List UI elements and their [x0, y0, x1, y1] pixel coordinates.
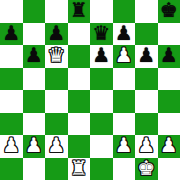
- square-d1[interactable]: ♜: [68, 158, 91, 181]
- square-h1[interactable]: [158, 158, 181, 181]
- square-f1[interactable]: [113, 158, 136, 181]
- square-b7[interactable]: [23, 23, 46, 46]
- piece-wP-b2[interactable]: ♟: [25, 135, 43, 156]
- square-g4[interactable]: [135, 90, 158, 113]
- square-c6[interactable]: ♛: [45, 45, 68, 68]
- square-d7[interactable]: [68, 23, 91, 46]
- square-g7[interactable]: [135, 23, 158, 46]
- piece-wK-g1[interactable]: ♚: [137, 158, 155, 179]
- square-a5[interactable]: [0, 68, 23, 91]
- piece-bQ-e7[interactable]: ♛: [92, 23, 110, 44]
- square-g6[interactable]: ♟: [135, 45, 158, 68]
- square-h3[interactable]: [158, 113, 181, 136]
- square-b5[interactable]: [23, 68, 46, 91]
- piece-bP-b6[interactable]: ♟: [25, 45, 43, 66]
- piece-wP-f2[interactable]: ♟: [115, 135, 133, 156]
- square-c1[interactable]: [45, 158, 68, 181]
- chess-board: ♜♚♟♟♛♟♟♛♟♟♟♟♟♟♟♟♟♟♜♚: [0, 0, 180, 180]
- piece-bK-h8[interactable]: ♚: [160, 0, 178, 21]
- square-b3[interactable]: [23, 113, 46, 136]
- square-e3[interactable]: [90, 113, 113, 136]
- piece-bP-c7[interactable]: ♟: [47, 23, 65, 44]
- square-b4[interactable]: [23, 90, 46, 113]
- square-d2[interactable]: [68, 135, 91, 158]
- square-b6[interactable]: ♟: [23, 45, 46, 68]
- square-f7[interactable]: ♟: [113, 23, 136, 46]
- piece-bP-f7[interactable]: ♟: [115, 23, 133, 44]
- square-a2[interactable]: ♟: [0, 135, 23, 158]
- piece-wP-g2[interactable]: ♟: [137, 135, 155, 156]
- square-g1[interactable]: ♚: [135, 158, 158, 181]
- square-g5[interactable]: [135, 68, 158, 91]
- square-e4[interactable]: [90, 90, 113, 113]
- square-f4[interactable]: [113, 90, 136, 113]
- square-e6[interactable]: ♟: [90, 45, 113, 68]
- square-f8[interactable]: [113, 0, 136, 23]
- square-a4[interactable]: [0, 90, 23, 113]
- square-g8[interactable]: [135, 0, 158, 23]
- piece-wP-f6[interactable]: ♟: [115, 45, 133, 66]
- square-d6[interactable]: [68, 45, 91, 68]
- piece-wR-d1[interactable]: ♜: [70, 158, 88, 179]
- square-f3[interactable]: [113, 113, 136, 136]
- square-d3[interactable]: [68, 113, 91, 136]
- square-e1[interactable]: [90, 158, 113, 181]
- square-a1[interactable]: [0, 158, 23, 181]
- square-d8[interactable]: ♜: [68, 0, 91, 23]
- square-f2[interactable]: ♟: [113, 135, 136, 158]
- piece-wP-h2[interactable]: ♟: [160, 135, 178, 156]
- square-h8[interactable]: ♚: [158, 0, 181, 23]
- square-g2[interactable]: ♟: [135, 135, 158, 158]
- square-d5[interactable]: [68, 68, 91, 91]
- square-e7[interactable]: ♛: [90, 23, 113, 46]
- square-h6[interactable]: ♟: [158, 45, 181, 68]
- piece-bP-e6[interactable]: ♟: [92, 45, 110, 66]
- piece-bP-g6[interactable]: ♟: [137, 45, 155, 66]
- square-g3[interactable]: [135, 113, 158, 136]
- piece-wP-c2[interactable]: ♟: [47, 135, 65, 156]
- square-f5[interactable]: [113, 68, 136, 91]
- piece-bP-h6[interactable]: ♟: [160, 45, 178, 66]
- square-e5[interactable]: [90, 68, 113, 91]
- square-e2[interactable]: [90, 135, 113, 158]
- square-h4[interactable]: [158, 90, 181, 113]
- square-a8[interactable]: [0, 0, 23, 23]
- square-b1[interactable]: [23, 158, 46, 181]
- square-e8[interactable]: [90, 0, 113, 23]
- square-d4[interactable]: [68, 90, 91, 113]
- square-a6[interactable]: [0, 45, 23, 68]
- square-b8[interactable]: [23, 0, 46, 23]
- square-c8[interactable]: [45, 0, 68, 23]
- piece-bP-a7[interactable]: ♟: [2, 23, 20, 44]
- square-c7[interactable]: ♟: [45, 23, 68, 46]
- square-c5[interactable]: [45, 68, 68, 91]
- piece-bR-d8[interactable]: ♜: [70, 0, 88, 21]
- square-f6[interactable]: ♟: [113, 45, 136, 68]
- square-b2[interactable]: ♟: [23, 135, 46, 158]
- square-h5[interactable]: [158, 68, 181, 91]
- square-h2[interactable]: ♟: [158, 135, 181, 158]
- square-c4[interactable]: [45, 90, 68, 113]
- square-c3[interactable]: [45, 113, 68, 136]
- piece-wP-a2[interactable]: ♟: [2, 135, 20, 156]
- square-a3[interactable]: [0, 113, 23, 136]
- square-c2[interactable]: ♟: [45, 135, 68, 158]
- piece-wQ-c6[interactable]: ♛: [47, 45, 65, 66]
- square-a7[interactable]: ♟: [0, 23, 23, 46]
- square-h7[interactable]: [158, 23, 181, 46]
